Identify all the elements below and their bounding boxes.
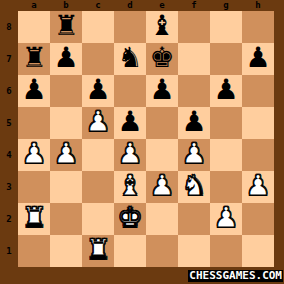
square-c6: ♟ [82, 75, 114, 107]
square-b5 [50, 107, 82, 139]
piece-white-king: ♚ [117, 204, 142, 232]
square-g4 [210, 139, 242, 171]
board-frame: abcdefgh 87654321 ♜♝♜♟♞♚♟♟♟♟♟♟♟♟♟♟♟♟♝♟♞♟… [0, 0, 284, 284]
square-a5 [18, 107, 50, 139]
square-g2: ♟ [210, 203, 242, 235]
file-label-h: h [242, 0, 274, 11]
piece-black-pawn: ♟ [117, 108, 142, 136]
rank-label-7: 7 [0, 43, 18, 75]
square-d5: ♟ [114, 107, 146, 139]
square-a1 [18, 235, 50, 267]
rank-label-5: 5 [0, 107, 18, 139]
piece-black-rook: ♜ [53, 12, 78, 40]
piece-black-pawn: ♟ [149, 76, 174, 104]
piece-black-pawn: ♟ [181, 108, 206, 136]
square-f4: ♟ [178, 139, 210, 171]
piece-white-pawn: ♟ [117, 140, 142, 168]
piece-white-pawn: ♟ [21, 140, 46, 168]
piece-black-pawn: ♟ [53, 44, 78, 72]
piece-black-pawn: ♟ [245, 44, 270, 72]
square-h5 [242, 107, 274, 139]
square-b1 [50, 235, 82, 267]
piece-white-pawn: ♟ [245, 172, 270, 200]
square-d1 [114, 235, 146, 267]
piece-black-pawn: ♟ [213, 76, 238, 104]
square-c2 [82, 203, 114, 235]
site-logo: CHESSGAMES.COM [188, 270, 283, 282]
square-f5: ♟ [178, 107, 210, 139]
piece-black-pawn: ♟ [21, 76, 46, 104]
file-label-c: c [82, 0, 114, 11]
rank-label-4: 4 [0, 139, 18, 171]
square-e4 [146, 139, 178, 171]
square-h3: ♟ [242, 171, 274, 203]
file-label-g: g [210, 0, 242, 11]
square-c1: ♜ [82, 235, 114, 267]
square-h4 [242, 139, 274, 171]
square-h7: ♟ [242, 43, 274, 75]
piece-black-knight: ♞ [117, 44, 142, 72]
square-h8 [242, 11, 274, 43]
rank-label-2: 2 [0, 203, 18, 235]
square-f6 [178, 75, 210, 107]
rank-label-8: 8 [0, 11, 18, 43]
square-d8 [114, 11, 146, 43]
square-h6 [242, 75, 274, 107]
piece-black-pawn: ♟ [85, 76, 110, 104]
square-f7 [178, 43, 210, 75]
rank-label-1: 1 [0, 235, 18, 267]
piece-white-rook: ♜ [85, 236, 110, 264]
file-label-f: f [178, 0, 210, 11]
square-d2: ♚ [114, 203, 146, 235]
square-b3 [50, 171, 82, 203]
piece-white-pawn: ♟ [149, 172, 174, 200]
square-a6: ♟ [18, 75, 50, 107]
square-c5: ♟ [82, 107, 114, 139]
square-g3 [210, 171, 242, 203]
piece-white-bishop: ♝ [117, 172, 142, 200]
square-a7: ♜ [18, 43, 50, 75]
square-a4: ♟ [18, 139, 50, 171]
piece-black-king: ♚ [149, 44, 174, 72]
square-b2 [50, 203, 82, 235]
file-label-d: d [114, 0, 146, 11]
piece-white-knight: ♞ [181, 172, 206, 200]
square-c4 [82, 139, 114, 171]
piece-black-rook: ♜ [21, 44, 46, 72]
piece-white-rook: ♜ [21, 204, 46, 232]
square-e5 [146, 107, 178, 139]
square-g6: ♟ [210, 75, 242, 107]
square-b7: ♟ [50, 43, 82, 75]
square-e7: ♚ [146, 43, 178, 75]
square-f1 [178, 235, 210, 267]
square-e8: ♝ [146, 11, 178, 43]
square-a8 [18, 11, 50, 43]
square-f3: ♞ [178, 171, 210, 203]
square-b6 [50, 75, 82, 107]
square-g8 [210, 11, 242, 43]
square-g5 [210, 107, 242, 139]
square-f8 [178, 11, 210, 43]
file-label-a: a [18, 0, 50, 11]
piece-white-pawn: ♟ [213, 204, 238, 232]
square-b4: ♟ [50, 139, 82, 171]
square-a3 [18, 171, 50, 203]
square-h2 [242, 203, 274, 235]
square-h1 [242, 235, 274, 267]
rank-label-6: 6 [0, 75, 18, 107]
square-g7 [210, 43, 242, 75]
piece-white-pawn: ♟ [181, 140, 206, 168]
square-a2: ♜ [18, 203, 50, 235]
piece-white-pawn: ♟ [85, 108, 110, 136]
chess-board: ♜♝♜♟♞♚♟♟♟♟♟♟♟♟♟♟♟♟♝♟♞♟♜♚♟♜ [18, 11, 274, 267]
square-c8 [82, 11, 114, 43]
square-g1 [210, 235, 242, 267]
piece-white-pawn: ♟ [53, 140, 78, 168]
square-e6: ♟ [146, 75, 178, 107]
square-d4: ♟ [114, 139, 146, 171]
square-c7 [82, 43, 114, 75]
square-d7: ♞ [114, 43, 146, 75]
square-b8: ♜ [50, 11, 82, 43]
square-d3: ♝ [114, 171, 146, 203]
piece-black-bishop: ♝ [149, 12, 174, 40]
square-e2 [146, 203, 178, 235]
square-f2 [178, 203, 210, 235]
square-c3 [82, 171, 114, 203]
square-e3: ♟ [146, 171, 178, 203]
rank-label-3: 3 [0, 171, 18, 203]
square-e1 [146, 235, 178, 267]
square-d6 [114, 75, 146, 107]
